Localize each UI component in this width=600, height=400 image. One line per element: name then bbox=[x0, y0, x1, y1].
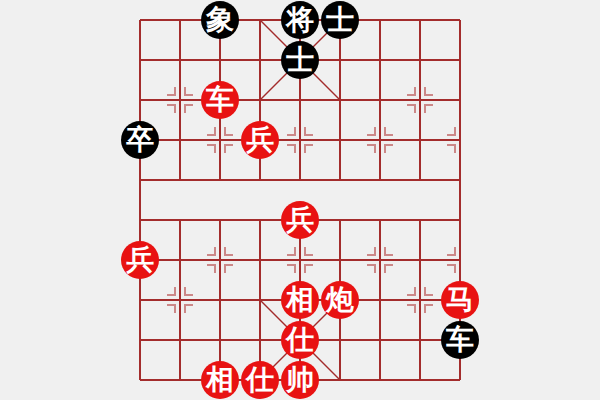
piece-red-cannon[interactable]: 炮 bbox=[321, 281, 359, 319]
piece-red-soldier[interactable]: 兵 bbox=[121, 241, 159, 279]
piece-black-general[interactable]: 将 bbox=[281, 1, 319, 39]
piece-black-advisor[interactable]: 士 bbox=[281, 41, 319, 79]
piece-red-elephant[interactable]: 相 bbox=[281, 281, 319, 319]
piece-red-advisor[interactable]: 仕 bbox=[281, 321, 319, 359]
xiangqi-app: 象将士士车卒兵兵兵相炮马仕车相仕帅 bbox=[0, 0, 600, 400]
xiangqi-board[interactable]: 象将士士车卒兵兵兵相炮马仕车相仕帅 bbox=[0, 0, 600, 400]
piece-black-soldier[interactable]: 卒 bbox=[121, 121, 159, 159]
piece-black-elephant[interactable]: 象 bbox=[201, 1, 239, 39]
piece-red-advisor[interactable]: 仕 bbox=[241, 361, 279, 399]
piece-red-soldier[interactable]: 兵 bbox=[281, 201, 319, 239]
piece-black-advisor[interactable]: 士 bbox=[321, 1, 359, 39]
piece-red-chariot[interactable]: 车 bbox=[201, 81, 239, 119]
piece-red-general[interactable]: 帅 bbox=[281, 361, 319, 399]
piece-red-horse[interactable]: 马 bbox=[441, 281, 479, 319]
piece-red-elephant[interactable]: 相 bbox=[201, 361, 239, 399]
piece-red-soldier[interactable]: 兵 bbox=[241, 121, 279, 159]
piece-black-chariot[interactable]: 车 bbox=[441, 321, 479, 359]
pieces-layer: 象将士士车卒兵兵兵相炮马仕车相仕帅 bbox=[0, 0, 600, 400]
